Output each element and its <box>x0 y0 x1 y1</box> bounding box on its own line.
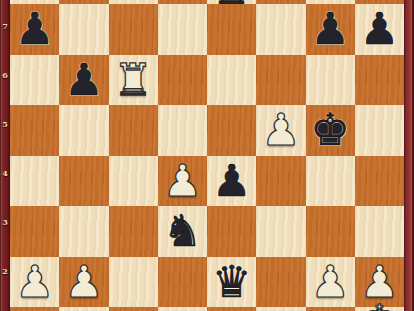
chess-board: ♜♟♟♟♟♜♟♚♟♟♞♟♟♛♟♟♚ <box>10 0 404 311</box>
square-h7: ♟ <box>355 4 404 55</box>
square-e2: ♛ <box>207 257 256 308</box>
black-pawn-h7: ♟ <box>360 7 399 51</box>
right-frame-border <box>404 0 414 311</box>
square-a6 <box>10 55 59 106</box>
square-a4 <box>10 156 59 207</box>
black-queen-e2: ♛ <box>212 260 251 304</box>
square-d4: ♟ <box>158 156 207 207</box>
square-c3 <box>109 206 158 257</box>
white-pawn-g2: ♟ <box>310 260 349 304</box>
square-c7 <box>109 4 158 55</box>
rank-label-6: 6 <box>0 71 10 80</box>
square-d6 <box>158 55 207 106</box>
chess-diagram-frame: ♜♟♟♟♟♜♟♚♟♟♞♟♟♛♟♟♚ 765432 <box>0 0 414 311</box>
square-a7: ♟ <box>10 4 59 55</box>
square-g5: ♚ <box>306 105 355 156</box>
square-c1 <box>109 307 158 311</box>
square-f2 <box>256 257 305 308</box>
square-d3: ♞ <box>158 206 207 257</box>
square-e5 <box>207 105 256 156</box>
square-d2 <box>158 257 207 308</box>
square-h3 <box>355 206 404 257</box>
square-a5 <box>10 105 59 156</box>
square-c6: ♜ <box>109 55 158 106</box>
square-a2: ♟ <box>10 257 59 308</box>
square-f6 <box>256 55 305 106</box>
square-h1: ♚ <box>355 307 404 311</box>
white-pawn-a2: ♟ <box>15 260 54 304</box>
square-g3 <box>306 206 355 257</box>
rank-label-5: 5 <box>0 120 10 129</box>
square-b2: ♟ <box>59 257 108 308</box>
white-rook-c6: ♜ <box>113 58 152 102</box>
square-d1 <box>158 307 207 311</box>
square-c5 <box>109 105 158 156</box>
white-pawn-b2: ♟ <box>64 260 103 304</box>
square-e1 <box>207 307 256 311</box>
square-d5 <box>158 105 207 156</box>
rank-label-7: 7 <box>0 22 10 31</box>
square-g4 <box>306 156 355 207</box>
square-e4: ♟ <box>207 156 256 207</box>
square-h4 <box>355 156 404 207</box>
white-pawn-d4: ♟ <box>163 159 202 203</box>
square-h5 <box>355 105 404 156</box>
square-b3 <box>59 206 108 257</box>
square-f1 <box>256 307 305 311</box>
black-pawn-a7: ♟ <box>15 7 54 51</box>
square-f5: ♟ <box>256 105 305 156</box>
square-e7 <box>207 4 256 55</box>
square-g2: ♟ <box>306 257 355 308</box>
square-h6 <box>355 55 404 106</box>
square-a3 <box>10 206 59 257</box>
square-c2 <box>109 257 158 308</box>
square-d7 <box>158 4 207 55</box>
square-g1 <box>306 307 355 311</box>
square-b1 <box>59 307 108 311</box>
black-pawn-e4: ♟ <box>212 159 251 203</box>
black-knight-d3: ♞ <box>163 209 202 253</box>
square-c4 <box>109 156 158 207</box>
square-b6: ♟ <box>59 55 108 106</box>
square-f4 <box>256 156 305 207</box>
white-pawn-f5: ♟ <box>261 108 300 152</box>
square-f7 <box>256 4 305 55</box>
square-a1 <box>10 307 59 311</box>
square-b4 <box>59 156 108 207</box>
black-king-g5: ♚ <box>310 108 349 152</box>
black-pawn-b6: ♟ <box>64 58 103 102</box>
square-b7 <box>59 4 108 55</box>
square-e3 <box>207 206 256 257</box>
rank-label-2: 2 <box>0 267 10 276</box>
rank-label-4: 4 <box>0 169 10 178</box>
square-g6 <box>306 55 355 106</box>
rank-label-3: 3 <box>0 218 10 227</box>
white-king-h1: ♚ <box>360 299 399 311</box>
square-g7: ♟ <box>306 4 355 55</box>
square-e6 <box>207 55 256 106</box>
left-frame-border: 765432 <box>0 0 10 311</box>
square-b5 <box>59 105 108 156</box>
square-f3 <box>256 206 305 257</box>
black-pawn-g7: ♟ <box>310 7 349 51</box>
